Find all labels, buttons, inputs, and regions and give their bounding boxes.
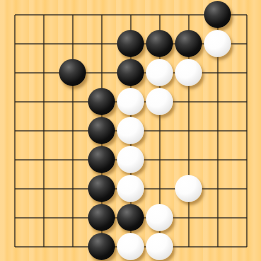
- stone-black: [88, 117, 115, 144]
- stone-white: [117, 146, 144, 173]
- board-intersection[interactable]: [232, 116, 261, 145]
- board-intersection[interactable]: [174, 87, 203, 116]
- board-intersection[interactable]: [145, 116, 174, 145]
- board-intersection[interactable]: [116, 203, 145, 232]
- board-intersection[interactable]: [203, 174, 232, 203]
- stone-black: [59, 59, 86, 86]
- board-intersection[interactable]: [116, 145, 145, 174]
- stone-white: [146, 204, 173, 231]
- board-intersection[interactable]: [203, 203, 232, 232]
- board-intersection[interactable]: [145, 232, 174, 261]
- board-intersection[interactable]: [174, 29, 203, 58]
- stone-white: [146, 88, 173, 115]
- board-intersection[interactable]: [29, 145, 58, 174]
- board-intersection[interactable]: [203, 145, 232, 174]
- stone-black: [88, 175, 115, 202]
- board-intersection[interactable]: [58, 29, 87, 58]
- board-intersection[interactable]: [145, 145, 174, 174]
- board-intersection[interactable]: [87, 87, 116, 116]
- board-intersection[interactable]: [87, 203, 116, 232]
- board-intersection[interactable]: [232, 87, 261, 116]
- stone-black: [175, 30, 202, 57]
- board-intersection[interactable]: [29, 29, 58, 58]
- board-intersection[interactable]: [29, 174, 58, 203]
- stone-white: [175, 175, 202, 202]
- board-intersection[interactable]: [87, 58, 116, 87]
- board-intersection[interactable]: [58, 0, 87, 29]
- board-intersection[interactable]: [145, 29, 174, 58]
- board-intersection[interactable]: [174, 58, 203, 87]
- stone-white: [117, 233, 144, 260]
- board-intersection[interactable]: [29, 87, 58, 116]
- board-intersection[interactable]: [87, 174, 116, 203]
- go-board-grid[interactable]: [0, 0, 261, 261]
- board-intersection[interactable]: [87, 145, 116, 174]
- board-intersection[interactable]: [58, 116, 87, 145]
- board-intersection[interactable]: [116, 232, 145, 261]
- board-intersection[interactable]: [203, 232, 232, 261]
- board-intersection[interactable]: [0, 58, 29, 87]
- board-intersection[interactable]: [116, 87, 145, 116]
- board-intersection[interactable]: [29, 232, 58, 261]
- stone-white: [117, 117, 144, 144]
- board-intersection[interactable]: [29, 116, 58, 145]
- stone-white: [117, 175, 144, 202]
- stone-black: [204, 1, 231, 28]
- stone-white: [146, 59, 173, 86]
- board-intersection[interactable]: [0, 232, 29, 261]
- board-intersection[interactable]: [0, 29, 29, 58]
- board-intersection[interactable]: [58, 58, 87, 87]
- stone-black: [146, 30, 173, 57]
- board-intersection[interactable]: [145, 174, 174, 203]
- stone-white: [175, 59, 202, 86]
- board-intersection[interactable]: [0, 203, 29, 232]
- board-intersection[interactable]: [58, 203, 87, 232]
- stone-white: [117, 88, 144, 115]
- board-intersection[interactable]: [174, 116, 203, 145]
- stone-white: [146, 233, 173, 260]
- stone-black: [88, 146, 115, 173]
- board-intersection[interactable]: [87, 232, 116, 261]
- stone-black: [117, 30, 144, 57]
- board-intersection[interactable]: [58, 232, 87, 261]
- board-intersection[interactable]: [116, 58, 145, 87]
- board-intersection[interactable]: [145, 87, 174, 116]
- board-intersection[interactable]: [232, 232, 261, 261]
- board-intersection[interactable]: [29, 203, 58, 232]
- board-intersection[interactable]: [0, 145, 29, 174]
- board-intersection[interactable]: [203, 0, 232, 29]
- board-intersection[interactable]: [174, 174, 203, 203]
- stone-black: [88, 88, 115, 115]
- board-intersection[interactable]: [232, 145, 261, 174]
- board-intersection[interactable]: [58, 174, 87, 203]
- board-intersection[interactable]: [116, 116, 145, 145]
- board-intersection[interactable]: [174, 145, 203, 174]
- board-intersection[interactable]: [174, 203, 203, 232]
- board-intersection[interactable]: [58, 87, 87, 116]
- board-intersection[interactable]: [203, 87, 232, 116]
- stone-white: [204, 30, 231, 57]
- board-intersection[interactable]: [174, 232, 203, 261]
- board-intersection[interactable]: [58, 145, 87, 174]
- board-intersection[interactable]: [232, 58, 261, 87]
- go-board: [0, 0, 261, 261]
- stone-black: [117, 204, 144, 231]
- board-intersection[interactable]: [232, 29, 261, 58]
- board-intersection[interactable]: [29, 58, 58, 87]
- board-intersection[interactable]: [87, 0, 116, 29]
- board-intersection[interactable]: [116, 174, 145, 203]
- board-intersection[interactable]: [116, 0, 145, 29]
- board-intersection[interactable]: [145, 0, 174, 29]
- board-intersection[interactable]: [174, 0, 203, 29]
- board-intersection[interactable]: [203, 58, 232, 87]
- board-intersection[interactable]: [0, 116, 29, 145]
- board-intersection[interactable]: [87, 29, 116, 58]
- board-intersection[interactable]: [145, 58, 174, 87]
- stone-black: [88, 204, 115, 231]
- board-intersection[interactable]: [232, 174, 261, 203]
- board-intersection[interactable]: [0, 174, 29, 203]
- board-intersection[interactable]: [203, 116, 232, 145]
- stone-black: [117, 59, 144, 86]
- stone-black: [88, 233, 115, 260]
- board-intersection[interactable]: [0, 87, 29, 116]
- board-intersection[interactable]: [116, 29, 145, 58]
- board-intersection[interactable]: [203, 29, 232, 58]
- board-intersection[interactable]: [232, 203, 261, 232]
- board-intersection[interactable]: [0, 0, 29, 29]
- board-intersection[interactable]: [29, 0, 58, 29]
- board-intersection[interactable]: [232, 0, 261, 29]
- board-intersection[interactable]: [145, 203, 174, 232]
- board-intersection[interactable]: [87, 116, 116, 145]
